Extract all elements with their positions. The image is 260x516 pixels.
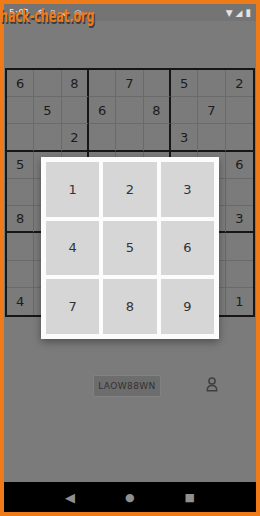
sudoku-cell-r2c1[interactable] — [7, 97, 34, 124]
sudoku-cell-r9c1[interactable]: 4 — [7, 288, 34, 315]
numpad-button-8[interactable]: 8 — [103, 279, 156, 334]
sudoku-cell-r3c2[interactable] — [34, 124, 61, 151]
sudoku-cell-r7c1[interactable] — [7, 233, 34, 260]
sudoku-cell-r1c9[interactable]: 2 — [226, 70, 253, 97]
sudoku-cell-r1c3[interactable]: 8 — [62, 70, 89, 97]
sudoku-cell-r6c1[interactable]: 8 — [7, 206, 34, 233]
watermark: hack-cheat.org — [0, 5, 95, 26]
recents-icon[interactable]: ■ — [185, 492, 195, 503]
sudoku-cell-r1c6[interactable] — [144, 70, 171, 97]
number-picker: 123456789 — [41, 157, 219, 339]
sudoku-cell-r7c9[interactable] — [226, 233, 253, 260]
sudoku-cell-r2c3[interactable] — [62, 97, 89, 124]
sudoku-cell-r1c7[interactable]: 5 — [171, 70, 198, 97]
numpad-button-1[interactable]: 1 — [46, 162, 99, 217]
sudoku-cell-r3c6[interactable] — [144, 124, 171, 151]
sudoku-cell-r1c1[interactable]: 6 — [7, 70, 34, 97]
system-icons: ▼ ◢ ▮ — [226, 7, 251, 18]
sudoku-cell-r2c2[interactable]: 5 — [34, 97, 61, 124]
wifi-icon: ▼ — [226, 8, 233, 18]
person-icon — [204, 376, 220, 394]
sudoku-cell-r3c5[interactable] — [116, 124, 143, 151]
sudoku-cell-r2c9[interactable] — [226, 97, 253, 124]
sudoku-cell-r9c9[interactable]: 1 — [226, 288, 253, 315]
sudoku-cell-r2c6[interactable]: 8 — [144, 97, 171, 124]
back-icon[interactable]: ◀ — [65, 491, 75, 504]
sudoku-cell-r1c2[interactable] — [34, 70, 61, 97]
home-icon[interactable]: ● — [125, 492, 135, 503]
numpad-button-5[interactable]: 5 — [103, 221, 156, 276]
sudoku-cell-r3c7[interactable]: 3 — [171, 124, 198, 151]
sudoku-cell-r2c8[interactable]: 7 — [198, 97, 225, 124]
sudoku-cell-r2c7[interactable] — [171, 97, 198, 124]
sudoku-cell-r4c1[interactable]: 5 — [7, 152, 34, 179]
signal-icon: ◢ — [236, 8, 243, 18]
sudoku-cell-r4c9[interactable]: 6 — [226, 152, 253, 179]
game-code-button[interactable]: LAOW88WN — [93, 375, 161, 397]
sudoku-cell-r8c9[interactable] — [226, 261, 253, 288]
sudoku-cell-r3c8[interactable] — [198, 124, 225, 151]
numpad-button-6[interactable]: 6 — [161, 221, 214, 276]
sudoku-cell-r1c5[interactable]: 7 — [116, 70, 143, 97]
profile-button[interactable] — [202, 374, 222, 396]
sudoku-cell-r8c1[interactable] — [7, 261, 34, 288]
battery-icon: ▮ — [245, 7, 251, 18]
app-screen: 5:01 ⚙ ▯ ☁ ◎ ▼ ◢ ▮ 68752568723568341 123… — [4, 4, 256, 512]
sudoku-cell-r5c9[interactable] — [226, 179, 253, 206]
sudoku-cell-r2c5[interactable] — [116, 97, 143, 124]
numpad-button-3[interactable]: 3 — [161, 162, 214, 217]
sudoku-cell-r5c1[interactable] — [7, 179, 34, 206]
numpad-button-7[interactable]: 7 — [46, 279, 99, 334]
sudoku-cell-r6c9[interactable]: 3 — [226, 206, 253, 233]
numpad-button-9[interactable]: 9 — [161, 279, 214, 334]
sudoku-cell-r3c1[interactable] — [7, 124, 34, 151]
sudoku-cell-r2c4[interactable]: 6 — [89, 97, 116, 124]
numpad-button-2[interactable]: 2 — [103, 162, 156, 217]
navigation-bar: ◀ ● ■ — [4, 482, 256, 512]
sudoku-cell-r3c9[interactable] — [226, 124, 253, 151]
sudoku-cell-r1c4[interactable] — [89, 70, 116, 97]
sudoku-cell-r1c8[interactable] — [198, 70, 225, 97]
sudoku-cell-r3c4[interactable] — [89, 124, 116, 151]
sudoku-cell-r3c3[interactable]: 2 — [62, 124, 89, 151]
numpad-button-4[interactable]: 4 — [46, 221, 99, 276]
